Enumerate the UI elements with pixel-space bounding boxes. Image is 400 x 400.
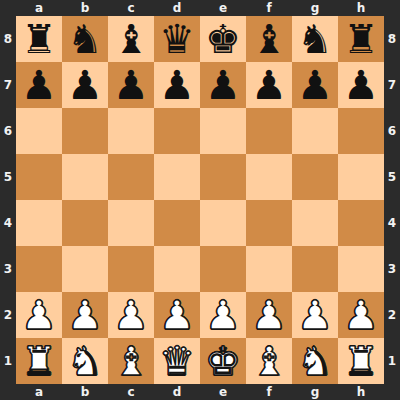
rank-label-left-5: 5 xyxy=(0,154,16,200)
square-f5[interactable] xyxy=(246,154,292,200)
rank-labels-left: 87654321 xyxy=(0,16,16,384)
square-f2[interactable]: ♟ xyxy=(246,292,292,338)
piece-white-pawn[interactable]: ♟ xyxy=(297,292,333,338)
square-h1[interactable]: ♜ xyxy=(338,338,384,384)
square-g7[interactable]: ♟ xyxy=(292,62,338,108)
piece-black-queen[interactable]: ♛ xyxy=(159,16,195,62)
file-labels-top: abcdefgh xyxy=(16,0,384,16)
piece-black-pawn[interactable]: ♟ xyxy=(251,62,287,108)
piece-black-pawn[interactable]: ♟ xyxy=(297,62,333,108)
square-d2[interactable]: ♟ xyxy=(154,292,200,338)
square-b8[interactable]: ♞ xyxy=(62,16,108,62)
square-d7[interactable]: ♟ xyxy=(154,62,200,108)
square-e7[interactable]: ♟ xyxy=(200,62,246,108)
square-d6[interactable] xyxy=(154,108,200,154)
square-h7[interactable]: ♟ xyxy=(338,62,384,108)
board-grid: ♜♞♝♛♚♝♞♜♟♟♟♟♟♟♟♟♟♟♟♟♟♟♟♟♜♞♝♛♚♝♞♜ xyxy=(16,16,384,384)
square-g3[interactable] xyxy=(292,246,338,292)
square-b1[interactable]: ♞ xyxy=(62,338,108,384)
piece-white-pawn[interactable]: ♟ xyxy=(159,292,195,338)
square-c2[interactable]: ♟ xyxy=(108,292,154,338)
rank-label-left-3: 3 xyxy=(0,246,16,292)
rank-label-right-1: 1 xyxy=(384,338,400,384)
square-e5[interactable] xyxy=(200,154,246,200)
piece-black-bishop[interactable]: ♝ xyxy=(113,16,149,62)
square-c7[interactable]: ♟ xyxy=(108,62,154,108)
square-a5[interactable] xyxy=(16,154,62,200)
piece-black-pawn[interactable]: ♟ xyxy=(343,62,379,108)
piece-black-pawn[interactable]: ♟ xyxy=(113,62,149,108)
square-c3[interactable] xyxy=(108,246,154,292)
square-b7[interactable]: ♟ xyxy=(62,62,108,108)
file-label-bottom-c: c xyxy=(108,384,154,400)
square-c1[interactable]: ♝ xyxy=(108,338,154,384)
square-a6[interactable] xyxy=(16,108,62,154)
square-c6[interactable] xyxy=(108,108,154,154)
square-h6[interactable] xyxy=(338,108,384,154)
piece-white-bishop[interactable]: ♝ xyxy=(251,338,287,384)
piece-black-pawn[interactable]: ♟ xyxy=(67,62,103,108)
rank-label-right-2: 2 xyxy=(384,292,400,338)
file-label-top-b: b xyxy=(62,0,108,16)
piece-white-rook[interactable]: ♜ xyxy=(343,338,379,384)
square-f7[interactable]: ♟ xyxy=(246,62,292,108)
square-a8[interactable]: ♜ xyxy=(16,16,62,62)
square-f3[interactable] xyxy=(246,246,292,292)
square-e6[interactable] xyxy=(200,108,246,154)
square-g1[interactable]: ♞ xyxy=(292,338,338,384)
rank-label-left-8: 8 xyxy=(0,16,16,62)
square-g6[interactable] xyxy=(292,108,338,154)
piece-black-knight[interactable]: ♞ xyxy=(67,16,103,62)
piece-white-pawn[interactable]: ♟ xyxy=(251,292,287,338)
rank-label-right-8: 8 xyxy=(384,16,400,62)
rank-label-left-4: 4 xyxy=(0,200,16,246)
file-label-top-h: h xyxy=(338,0,384,16)
square-e4[interactable] xyxy=(200,200,246,246)
square-g4[interactable] xyxy=(292,200,338,246)
square-f4[interactable] xyxy=(246,200,292,246)
rank-label-left-1: 1 xyxy=(0,338,16,384)
piece-white-pawn[interactable]: ♟ xyxy=(113,292,149,338)
square-f1[interactable]: ♝ xyxy=(246,338,292,384)
file-labels-bottom: abcdefgh xyxy=(16,384,384,400)
square-c5[interactable] xyxy=(108,154,154,200)
rank-label-left-6: 6 xyxy=(0,108,16,154)
square-a4[interactable] xyxy=(16,200,62,246)
piece-black-rook[interactable]: ♜ xyxy=(21,16,57,62)
square-h4[interactable] xyxy=(338,200,384,246)
square-a2[interactable]: ♟ xyxy=(16,292,62,338)
file-label-top-a: a xyxy=(16,0,62,16)
file-label-bottom-d: d xyxy=(154,384,200,400)
file-label-top-e: e xyxy=(200,0,246,16)
piece-white-queen[interactable]: ♛ xyxy=(159,338,195,384)
square-d4[interactable] xyxy=(154,200,200,246)
piece-black-bishop[interactable]: ♝ xyxy=(251,16,287,62)
square-h5[interactable] xyxy=(338,154,384,200)
square-g8[interactable]: ♞ xyxy=(292,16,338,62)
square-c4[interactable] xyxy=(108,200,154,246)
piece-white-pawn[interactable]: ♟ xyxy=(343,292,379,338)
piece-black-pawn[interactable]: ♟ xyxy=(159,62,195,108)
piece-black-pawn[interactable]: ♟ xyxy=(205,62,241,108)
file-label-bottom-e: e xyxy=(200,384,246,400)
rank-label-right-6: 6 xyxy=(384,108,400,154)
square-b4[interactable] xyxy=(62,200,108,246)
square-g2[interactable]: ♟ xyxy=(292,292,338,338)
square-b2[interactable]: ♟ xyxy=(62,292,108,338)
square-f6[interactable] xyxy=(246,108,292,154)
square-e2[interactable]: ♟ xyxy=(200,292,246,338)
piece-white-rook[interactable]: ♜ xyxy=(21,338,57,384)
square-h2[interactable]: ♟ xyxy=(338,292,384,338)
piece-white-knight[interactable]: ♞ xyxy=(297,338,333,384)
piece-white-pawn[interactable]: ♟ xyxy=(205,292,241,338)
square-d1[interactable]: ♛ xyxy=(154,338,200,384)
square-h3[interactable] xyxy=(338,246,384,292)
piece-white-pawn[interactable]: ♟ xyxy=(67,292,103,338)
chess-board-frame: abcdefgh 87654321 87654321 abcdefgh ♜♞♝♛… xyxy=(0,0,400,400)
rank-label-right-7: 7 xyxy=(384,62,400,108)
piece-white-king[interactable]: ♚ xyxy=(205,338,241,384)
file-label-bottom-a: a xyxy=(16,384,62,400)
rank-label-left-7: 7 xyxy=(0,62,16,108)
square-e3[interactable] xyxy=(200,246,246,292)
square-b5[interactable] xyxy=(62,154,108,200)
file-label-top-d: d xyxy=(154,0,200,16)
rank-label-right-4: 4 xyxy=(384,200,400,246)
square-e1[interactable]: ♚ xyxy=(200,338,246,384)
square-c8[interactable]: ♝ xyxy=(108,16,154,62)
square-d8[interactable]: ♛ xyxy=(154,16,200,62)
piece-white-pawn[interactable]: ♟ xyxy=(21,292,57,338)
file-label-top-f: f xyxy=(246,0,292,16)
rank-labels-right: 87654321 xyxy=(384,16,400,384)
square-b3[interactable] xyxy=(62,246,108,292)
piece-white-bishop[interactable]: ♝ xyxy=(113,338,149,384)
square-h8[interactable]: ♜ xyxy=(338,16,384,62)
piece-black-pawn[interactable]: ♟ xyxy=(21,62,57,108)
square-b6[interactable] xyxy=(62,108,108,154)
square-a7[interactable]: ♟ xyxy=(16,62,62,108)
rank-label-right-5: 5 xyxy=(384,154,400,200)
piece-black-knight[interactable]: ♞ xyxy=(297,16,333,62)
file-label-top-g: g xyxy=(292,0,338,16)
file-label-bottom-b: b xyxy=(62,384,108,400)
piece-black-rook[interactable]: ♜ xyxy=(343,16,379,62)
square-d5[interactable] xyxy=(154,154,200,200)
square-a1[interactable]: ♜ xyxy=(16,338,62,384)
rank-label-left-2: 2 xyxy=(0,292,16,338)
file-label-top-c: c xyxy=(108,0,154,16)
piece-black-king[interactable]: ♚ xyxy=(205,16,241,62)
square-e8[interactable]: ♚ xyxy=(200,16,246,62)
square-d3[interactable] xyxy=(154,246,200,292)
file-label-bottom-h: h xyxy=(338,384,384,400)
file-label-bottom-g: g xyxy=(292,384,338,400)
square-f8[interactable]: ♝ xyxy=(246,16,292,62)
square-g5[interactable] xyxy=(292,154,338,200)
square-a3[interactable] xyxy=(16,246,62,292)
file-label-bottom-f: f xyxy=(246,384,292,400)
piece-white-knight[interactable]: ♞ xyxy=(67,338,103,384)
rank-label-right-3: 3 xyxy=(384,246,400,292)
